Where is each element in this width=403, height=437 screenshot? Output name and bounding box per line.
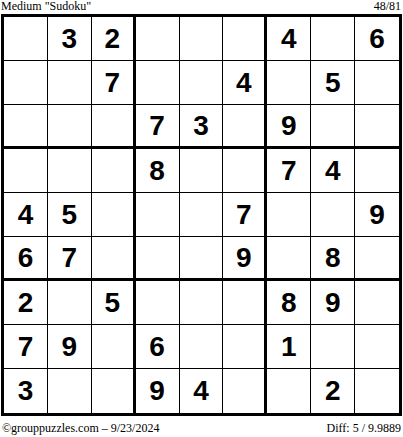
cell-r8c4[interactable]: 6 <box>136 325 180 369</box>
cell-r9c9[interactable] <box>355 369 399 413</box>
cell-r6c8[interactable]: 8 <box>311 237 355 281</box>
cell-r3c9[interactable] <box>355 105 399 149</box>
cell-r2c7[interactable] <box>267 61 311 105</box>
cells-remaining-counter: 48/81 <box>374 0 401 13</box>
cell-r7c4[interactable] <box>136 281 180 325</box>
cell-r5c7[interactable] <box>267 193 311 237</box>
puzzle-title: Medium "Sudoku" <box>1 0 91 13</box>
cell-r3c4[interactable]: 7 <box>136 105 180 149</box>
cell-r1c3[interactable]: 2 <box>92 17 136 61</box>
header: Medium "Sudoku" 48/81 <box>1 0 401 14</box>
copyright-text: ©grouppuzzles.com – 9/23/2024 <box>2 421 159 435</box>
cell-r6c5[interactable] <box>180 237 224 281</box>
cell-r4c1[interactable] <box>4 149 48 193</box>
difficulty-text: Diff: 5 / 9.9889 <box>327 421 401 435</box>
cell-r1c6[interactable] <box>223 17 267 61</box>
cell-r8c6[interactable] <box>223 325 267 369</box>
cell-r7c9[interactable] <box>355 281 399 325</box>
cell-r9c5[interactable]: 4 <box>180 369 224 413</box>
cell-r7c1[interactable]: 2 <box>4 281 48 325</box>
cell-r3c3[interactable] <box>92 105 136 149</box>
cell-r6c9[interactable] <box>355 237 399 281</box>
cell-r9c2[interactable] <box>48 369 92 413</box>
cell-r2c5[interactable] <box>180 61 224 105</box>
cell-r8c5[interactable] <box>180 325 224 369</box>
cell-r8c8[interactable] <box>311 325 355 369</box>
cell-r3c8[interactable] <box>311 105 355 149</box>
cell-r2c3[interactable]: 7 <box>92 61 136 105</box>
cell-r1c5[interactable] <box>180 17 224 61</box>
cell-r4c9[interactable] <box>355 149 399 193</box>
sudoku-page: Medium "Sudoku" 48/81 324674573987445796… <box>0 0 403 437</box>
cell-r7c7[interactable]: 8 <box>267 281 311 325</box>
cell-r5c2[interactable]: 5 <box>48 193 92 237</box>
cell-r8c1[interactable]: 7 <box>4 325 48 369</box>
cell-r9c7[interactable] <box>267 369 311 413</box>
cell-r9c6[interactable] <box>223 369 267 413</box>
cell-r8c7[interactable]: 1 <box>267 325 311 369</box>
cell-r4c8[interactable]: 4 <box>311 149 355 193</box>
cell-r3c7[interactable]: 9 <box>267 105 311 149</box>
footer: ©grouppuzzles.com – 9/23/2024 Diff: 5 / … <box>2 419 401 435</box>
cell-r4c5[interactable] <box>180 149 224 193</box>
cell-r9c4[interactable]: 9 <box>136 369 180 413</box>
cell-r6c3[interactable] <box>92 237 136 281</box>
cell-r3c5[interactable]: 3 <box>180 105 224 149</box>
cell-r5c6[interactable]: 7 <box>223 193 267 237</box>
cell-r9c1[interactable]: 3 <box>4 369 48 413</box>
cell-r8c2[interactable]: 9 <box>48 325 92 369</box>
cell-r4c3[interactable] <box>92 149 136 193</box>
sudoku-grid: 324674573987445796798258979613942 <box>1 14 402 416</box>
cell-r6c2[interactable]: 7 <box>48 237 92 281</box>
cell-r4c4[interactable]: 8 <box>136 149 180 193</box>
cell-r7c5[interactable] <box>180 281 224 325</box>
cell-r6c6[interactable]: 9 <box>223 237 267 281</box>
cell-r2c4[interactable] <box>136 61 180 105</box>
cell-r1c4[interactable] <box>136 17 180 61</box>
cell-r4c7[interactable]: 7 <box>267 149 311 193</box>
cell-r1c7[interactable]: 4 <box>267 17 311 61</box>
cell-r6c7[interactable] <box>267 237 311 281</box>
cell-r2c6[interactable]: 4 <box>223 61 267 105</box>
cell-r9c8[interactable]: 2 <box>311 369 355 413</box>
cell-r7c3[interactable]: 5 <box>92 281 136 325</box>
cell-r1c2[interactable]: 3 <box>48 17 92 61</box>
cell-r7c6[interactable] <box>223 281 267 325</box>
cell-r4c2[interactable] <box>48 149 92 193</box>
cell-r4c6[interactable] <box>223 149 267 193</box>
cell-r1c9[interactable]: 6 <box>355 17 399 61</box>
cell-r5c9[interactable]: 9 <box>355 193 399 237</box>
cell-r1c8[interactable] <box>311 17 355 61</box>
cell-r5c8[interactable] <box>311 193 355 237</box>
cell-r1c1[interactable] <box>4 17 48 61</box>
cell-r6c4[interactable] <box>136 237 180 281</box>
cell-r5c4[interactable] <box>136 193 180 237</box>
cell-r3c6[interactable] <box>223 105 267 149</box>
cell-r2c1[interactable] <box>4 61 48 105</box>
cell-r2c2[interactable] <box>48 61 92 105</box>
cell-r6c1[interactable]: 6 <box>4 237 48 281</box>
cell-r5c5[interactable] <box>180 193 224 237</box>
cell-r8c3[interactable] <box>92 325 136 369</box>
cell-r8c9[interactable] <box>355 325 399 369</box>
cell-r5c3[interactable] <box>92 193 136 237</box>
cell-r2c9[interactable] <box>355 61 399 105</box>
cell-r5c1[interactable]: 4 <box>4 193 48 237</box>
cell-r3c2[interactable] <box>48 105 92 149</box>
cell-r7c8[interactable]: 9 <box>311 281 355 325</box>
cell-r3c1[interactable] <box>4 105 48 149</box>
cell-r9c3[interactable] <box>92 369 136 413</box>
cell-r7c2[interactable] <box>48 281 92 325</box>
cell-r2c8[interactable]: 5 <box>311 61 355 105</box>
